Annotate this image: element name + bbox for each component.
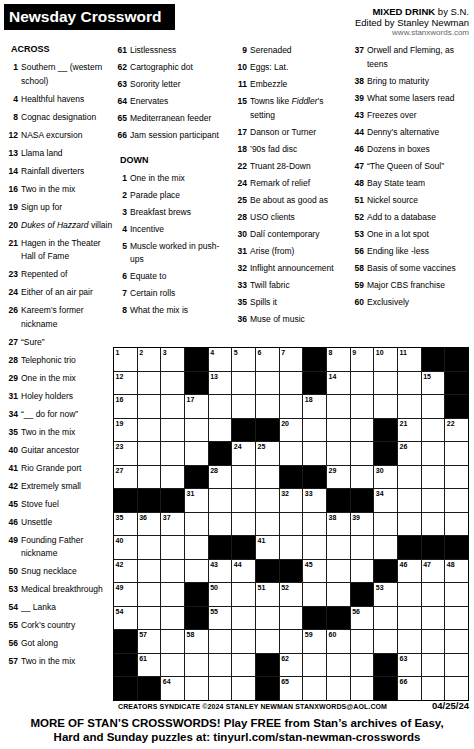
white-cell[interactable] <box>185 677 208 700</box>
white-cell[interactable]: 41 <box>256 536 279 559</box>
clue-text: Inflight announcement <box>250 262 342 276</box>
white-cell[interactable]: 21 <box>398 419 421 442</box>
white-cell[interactable] <box>422 607 445 630</box>
clue-text: Jam session participant <box>130 129 226 143</box>
clue-38: 38Bring to maturity <box>351 75 457 89</box>
clue-text: Towns like Fiddler’s setting <box>250 95 342 122</box>
across-header: ACROSS <box>11 44 113 54</box>
white-cell[interactable] <box>374 607 397 630</box>
white-cell[interactable] <box>445 607 468 630</box>
clue-number: 37 <box>351 44 364 71</box>
white-cell[interactable] <box>280 442 303 465</box>
white-cell[interactable]: 7 <box>280 348 303 371</box>
white-cell[interactable]: 33 <box>303 489 326 512</box>
white-cell[interactable] <box>280 630 303 653</box>
white-cell[interactable] <box>161 536 184 559</box>
clue-number: 36 <box>234 313 247 327</box>
white-cell[interactable] <box>209 395 232 418</box>
white-cell[interactable] <box>161 419 184 442</box>
white-cell[interactable]: 34 <box>374 489 397 512</box>
clue-text: Rainfall diverters <box>21 165 113 179</box>
black-cell <box>327 607 350 630</box>
white-cell[interactable] <box>351 419 374 442</box>
white-cell[interactable]: 63 <box>398 654 421 677</box>
white-cell[interactable] <box>374 372 397 395</box>
clue-5: 5Muscle worked in push-ups <box>114 240 226 267</box>
clue-text: Guitar ancestor <box>21 444 113 458</box>
white-cell[interactable]: 66 <box>398 677 421 700</box>
white-cell[interactable]: 64 <box>161 677 184 700</box>
cell-number: 24 <box>234 442 242 451</box>
clue-number: 35 <box>5 426 18 440</box>
white-cell[interactable]: 40 <box>114 536 137 559</box>
white-cell[interactable]: 48 <box>445 560 468 583</box>
clue-66: 66Jam session participant <box>114 129 226 143</box>
clue-text: What some lasers read <box>367 92 457 106</box>
white-cell[interactable] <box>303 419 326 442</box>
white-cell[interactable] <box>280 536 303 559</box>
white-cell[interactable] <box>138 442 161 465</box>
white-cell[interactable] <box>138 536 161 559</box>
clue-text: Snug necklace <box>21 565 113 579</box>
white-cell[interactable] <box>280 395 303 418</box>
white-cell[interactable] <box>422 419 445 442</box>
white-cell[interactable] <box>303 583 326 606</box>
white-cell[interactable]: 4 <box>209 348 232 371</box>
white-cell[interactable]: 15 <box>422 372 445 395</box>
white-cell[interactable] <box>303 442 326 465</box>
clue-number: 10 <box>234 61 247 75</box>
white-cell[interactable]: 38 <box>327 513 350 536</box>
black-cell <box>114 630 137 653</box>
clue-number: 46 <box>5 516 18 530</box>
white-cell[interactable] <box>351 466 374 489</box>
white-cell[interactable] <box>351 442 374 465</box>
cell-number: 31 <box>186 489 194 498</box>
clue-number: 61 <box>114 44 127 58</box>
white-cell[interactable] <box>161 583 184 606</box>
white-cell[interactable] <box>327 395 350 418</box>
cell-number: 5 <box>234 348 238 357</box>
clue-17: 17Danson or Turner <box>234 126 342 140</box>
white-cell[interactable] <box>445 489 468 512</box>
white-cell[interactable]: 24 <box>232 442 255 465</box>
white-cell[interactable] <box>327 654 350 677</box>
white-cell[interactable]: 30 <box>374 466 397 489</box>
white-cell[interactable] <box>398 466 421 489</box>
white-cell[interactable]: 62 <box>280 654 303 677</box>
white-cell[interactable] <box>185 560 208 583</box>
clue-7: 7Certain rolls <box>114 287 226 301</box>
white-cell[interactable] <box>161 630 184 653</box>
white-cell[interactable]: 14 <box>327 372 350 395</box>
white-cell[interactable]: 37 <box>161 513 184 536</box>
white-cell[interactable]: 61 <box>138 654 161 677</box>
clue-34: 34“__ do for now” <box>5 408 113 422</box>
white-cell[interactable] <box>256 489 279 512</box>
white-cell[interactable] <box>351 395 374 418</box>
clue-3: 3Breakfast brews <box>114 206 226 220</box>
white-cell[interactable] <box>327 677 350 700</box>
white-cell[interactable] <box>256 466 279 489</box>
white-cell[interactable] <box>232 607 255 630</box>
cell-number: 33 <box>305 489 313 498</box>
clue-number: 31 <box>5 390 18 404</box>
cell-number: 11 <box>399 348 406 357</box>
white-cell[interactable] <box>445 654 468 677</box>
white-cell[interactable] <box>138 466 161 489</box>
white-cell[interactable] <box>232 583 255 606</box>
white-cell[interactable]: 59 <box>303 630 326 653</box>
white-cell[interactable] <box>185 536 208 559</box>
clue-number: 39 <box>351 92 364 106</box>
black-cell <box>256 654 279 677</box>
white-cell[interactable] <box>232 630 255 653</box>
clue-53: 53One in a lot spot <box>351 228 457 242</box>
cell-number: 41 <box>257 536 265 545</box>
white-cell[interactable] <box>327 583 350 606</box>
clue-text: Got along <box>21 637 113 651</box>
white-cell[interactable] <box>209 654 232 677</box>
clue-9: 9Serenaded <box>234 44 342 58</box>
clue-31: 31Arise (from) <box>234 245 342 259</box>
white-cell[interactable] <box>232 654 255 677</box>
white-cell[interactable] <box>138 607 161 630</box>
white-cell[interactable] <box>398 372 421 395</box>
white-cell[interactable]: 5 <box>232 348 255 371</box>
white-cell[interactable]: 25 <box>256 442 279 465</box>
white-cell[interactable]: 56 <box>351 607 374 630</box>
white-cell[interactable] <box>232 513 255 536</box>
cell-number: 39 <box>352 513 360 522</box>
white-cell[interactable]: 51 <box>256 583 279 606</box>
white-cell[interactable] <box>303 513 326 536</box>
white-cell[interactable] <box>209 489 232 512</box>
white-cell[interactable]: 22 <box>445 419 468 442</box>
cell-number: 3 <box>163 348 167 357</box>
clue-number: 38 <box>351 75 364 89</box>
white-cell[interactable] <box>161 466 184 489</box>
white-cell[interactable]: 10 <box>374 348 397 371</box>
white-cell[interactable]: 35 <box>114 513 137 536</box>
white-cell[interactable] <box>422 395 445 418</box>
white-cell[interactable] <box>256 513 279 536</box>
white-cell[interactable] <box>232 372 255 395</box>
white-cell[interactable] <box>398 395 421 418</box>
white-cell[interactable]: 19 <box>114 419 137 442</box>
clue-55: 55Cork’s country <box>5 619 113 633</box>
white-cell[interactable] <box>374 513 397 536</box>
clue-28: 28USO clients <box>234 211 342 225</box>
white-cell[interactable] <box>280 513 303 536</box>
clue-number: 53 <box>351 228 364 242</box>
clue-50: 50Snug necklace <box>5 565 113 579</box>
clue-12: 12NASA excursion <box>5 129 113 143</box>
white-cell[interactable] <box>398 583 421 606</box>
white-cell[interactable]: 43 <box>209 560 232 583</box>
white-cell[interactable] <box>138 419 161 442</box>
clue-25: 25Be about as good as <box>234 194 342 208</box>
white-cell[interactable] <box>161 607 184 630</box>
white-cell[interactable] <box>351 630 374 653</box>
white-cell[interactable]: 16 <box>114 395 137 418</box>
white-cell[interactable]: 57 <box>138 630 161 653</box>
clue-number: 56 <box>351 245 364 259</box>
white-cell[interactable]: 45 <box>303 560 326 583</box>
white-cell[interactable] <box>232 489 255 512</box>
white-cell[interactable] <box>445 442 468 465</box>
white-cell[interactable] <box>209 677 232 700</box>
clue-number: 63 <box>114 78 127 92</box>
white-cell[interactable]: 8 <box>327 348 350 371</box>
white-cell[interactable] <box>351 677 374 700</box>
clue-number: 52 <box>351 211 364 225</box>
white-cell[interactable] <box>280 372 303 395</box>
white-cell[interactable]: 47 <box>422 560 445 583</box>
clue-number: 34 <box>5 408 18 422</box>
clue-number: 27 <box>5 336 18 350</box>
white-cell[interactable] <box>161 654 184 677</box>
white-cell[interactable] <box>398 630 421 653</box>
white-cell[interactable] <box>445 677 468 700</box>
white-cell[interactable] <box>185 442 208 465</box>
white-cell[interactable]: 11 <box>398 348 421 371</box>
clue-column-4: 37Orwell and Fleming, as teens38Bring to… <box>351 44 457 313</box>
white-cell[interactable] <box>422 489 445 512</box>
clue-text: Cartographic dot <box>130 61 226 75</box>
white-cell[interactable]: 52 <box>280 583 303 606</box>
white-cell[interactable] <box>256 395 279 418</box>
clue-number: 24 <box>5 286 18 300</box>
clue-number: 11 <box>234 78 247 92</box>
black-cell <box>256 677 279 700</box>
white-cell[interactable] <box>445 513 468 536</box>
clue-number: 22 <box>234 160 247 174</box>
cell-number: 13 <box>210 372 218 381</box>
white-cell[interactable] <box>374 395 397 418</box>
clue-56: 56Got along <box>5 637 113 651</box>
clue-text: Founding Father nickname <box>21 534 113 561</box>
clue-48: 48Bay State team <box>351 177 457 191</box>
white-cell[interactable] <box>351 372 374 395</box>
white-cell[interactable]: 36 <box>138 513 161 536</box>
clue-number: 33 <box>234 279 247 293</box>
white-cell[interactable] <box>422 630 445 653</box>
title-block: MIXED DRINK by S.N. Edited by Stanley Ne… <box>355 6 469 38</box>
white-cell[interactable]: 12 <box>114 372 137 395</box>
white-cell[interactable] <box>280 607 303 630</box>
clue-text: Two in the mix <box>21 183 113 197</box>
clue-text: Mediterranean feeder <box>130 112 226 126</box>
white-cell[interactable]: 44 <box>232 560 255 583</box>
clue-number: 29 <box>5 372 18 386</box>
white-cell[interactable] <box>398 513 421 536</box>
clue-text: Eggs: Lat. <box>250 61 342 75</box>
cell-number: 35 <box>116 513 124 522</box>
clue-text: Enervates <box>130 95 226 109</box>
cell-number: 64 <box>163 677 171 686</box>
cell-number: 66 <box>399 677 407 686</box>
black-cell <box>185 372 208 395</box>
white-cell[interactable]: 13 <box>209 372 232 395</box>
cell-number: 52 <box>281 583 289 592</box>
white-cell[interactable] <box>445 466 468 489</box>
byline: by S.N. <box>435 6 469 17</box>
white-cell[interactable] <box>422 654 445 677</box>
clue-57: 57Two in the mix <box>5 655 113 669</box>
white-cell[interactable] <box>445 630 468 653</box>
clue-text: Exclusively <box>367 296 457 310</box>
clue-text: “The Queen of Soul” <box>367 160 457 174</box>
clue-text: Certain rolls <box>130 287 226 301</box>
white-cell[interactable] <box>351 560 374 583</box>
white-cell[interactable] <box>374 536 397 559</box>
clue-text: Spills it <box>250 296 342 310</box>
white-cell[interactable]: 42 <box>114 560 137 583</box>
white-cell[interactable] <box>209 419 232 442</box>
white-cell[interactable] <box>422 466 445 489</box>
clue-column-2: 61Listlessness62Cartographic dot63Sorori… <box>114 44 226 321</box>
cell-number: 46 <box>399 560 407 569</box>
white-cell[interactable]: 1 <box>114 348 137 371</box>
masthead-title: Newsday Crossword <box>9 8 161 25</box>
clue-number: 46 <box>351 143 364 157</box>
cell-number: 54 <box>116 607 124 616</box>
white-cell[interactable] <box>398 607 421 630</box>
white-cell[interactable] <box>374 630 397 653</box>
white-cell[interactable] <box>232 395 255 418</box>
clue-46: 46Unsettle <box>5 516 113 530</box>
clue-text: “__ do for now” <box>21 408 113 422</box>
white-cell[interactable] <box>303 677 326 700</box>
white-cell[interactable] <box>161 442 184 465</box>
white-cell[interactable] <box>327 560 350 583</box>
white-cell[interactable]: 58 <box>185 630 208 653</box>
white-cell[interactable]: 18 <box>303 395 326 418</box>
white-cell[interactable]: 2 <box>138 348 161 371</box>
white-cell[interactable] <box>327 419 350 442</box>
white-cell[interactable] <box>256 630 279 653</box>
clue-8: 8What the mix is <box>114 304 226 318</box>
white-cell[interactable]: 28 <box>209 466 232 489</box>
white-cell[interactable] <box>185 513 208 536</box>
white-cell[interactable] <box>422 442 445 465</box>
white-cell[interactable] <box>138 583 161 606</box>
white-cell[interactable] <box>161 560 184 583</box>
white-cell[interactable] <box>351 654 374 677</box>
clue-51: 51Nickel source <box>351 194 457 208</box>
white-cell[interactable]: 17 <box>185 395 208 418</box>
clue-text: One in the mix <box>130 172 226 186</box>
clue-number: 32 <box>234 262 247 276</box>
clue-45: 45Stove fuel <box>5 498 113 512</box>
white-cell[interactable]: 3 <box>161 348 184 371</box>
white-cell[interactable]: 54 <box>114 607 137 630</box>
white-cell[interactable]: 29 <box>327 466 350 489</box>
white-cell[interactable] <box>256 372 279 395</box>
white-cell[interactable]: 55 <box>209 607 232 630</box>
clue-54: 54__ Lanka <box>5 601 113 615</box>
white-cell[interactable] <box>351 536 374 559</box>
white-cell[interactable] <box>161 372 184 395</box>
white-cell[interactable] <box>138 560 161 583</box>
black-cell <box>114 677 137 700</box>
clue-number: 4 <box>5 93 18 107</box>
white-cell[interactable] <box>232 466 255 489</box>
white-cell[interactable] <box>303 654 326 677</box>
white-cell[interactable]: 32 <box>280 489 303 512</box>
clue-6: 6Equate to <box>114 270 226 284</box>
black-cell <box>374 419 397 442</box>
white-cell[interactable]: 23 <box>114 442 137 465</box>
cell-number: 18 <box>305 395 313 404</box>
white-cell[interactable]: 60 <box>327 630 350 653</box>
white-cell[interactable] <box>161 395 184 418</box>
white-cell[interactable] <box>138 372 161 395</box>
white-cell[interactable] <box>209 513 232 536</box>
clue-35: 35Two in the mix <box>5 426 113 440</box>
puzzle-date: 04/25/24 <box>432 700 469 711</box>
black-cell <box>374 560 397 583</box>
white-cell[interactable]: 20 <box>280 419 303 442</box>
clue-62: 62Cartographic dot <box>114 61 226 75</box>
black-cell <box>114 654 137 677</box>
cell-number: 50 <box>210 583 218 592</box>
clue-number: 14 <box>5 165 18 179</box>
white-cell[interactable] <box>185 654 208 677</box>
white-cell[interactable]: 39 <box>351 513 374 536</box>
white-cell[interactable] <box>256 607 279 630</box>
white-cell[interactable] <box>422 583 445 606</box>
clue-16: 16Two in the mix <box>5 183 113 197</box>
white-cell[interactable] <box>327 442 350 465</box>
clue-4: 4Healthful havens <box>5 93 113 107</box>
clue-text: Repented of <box>21 268 113 282</box>
clue-text: Cognac designation <box>21 111 113 125</box>
white-cell[interactable]: 26 <box>398 442 421 465</box>
white-cell[interactable] <box>422 513 445 536</box>
cell-number: 61 <box>139 654 147 663</box>
white-cell[interactable] <box>209 630 232 653</box>
white-cell[interactable]: 50 <box>209 583 232 606</box>
white-cell[interactable] <box>232 677 255 700</box>
white-cell[interactable] <box>138 395 161 418</box>
white-cell[interactable]: 27 <box>114 466 137 489</box>
white-cell[interactable] <box>422 677 445 700</box>
black-cell <box>422 348 445 371</box>
white-cell[interactable]: 49 <box>114 583 137 606</box>
white-cell[interactable]: 46 <box>398 560 421 583</box>
clue-number: 4 <box>114 223 127 237</box>
white-cell[interactable]: 53 <box>374 583 397 606</box>
white-cell[interactable] <box>185 419 208 442</box>
white-cell[interactable]: 6 <box>256 348 279 371</box>
clue-number: 8 <box>114 304 127 318</box>
white-cell[interactable] <box>445 583 468 606</box>
white-cell[interactable]: 31 <box>185 489 208 512</box>
white-cell[interactable] <box>327 536 350 559</box>
white-cell[interactable] <box>303 536 326 559</box>
cell-number: 15 <box>423 372 431 381</box>
white-cell[interactable] <box>398 489 421 512</box>
clue-10: 10Eggs: Lat. <box>234 61 342 75</box>
clue-text: Orwell and Fleming, as teens <box>367 44 457 71</box>
white-cell[interactable]: 65 <box>280 677 303 700</box>
clue-29: 29One in the mix <box>5 372 113 386</box>
clue-8: 8Cognac designation <box>5 111 113 125</box>
clue-number: 49 <box>5 534 18 561</box>
white-cell[interactable]: 9 <box>351 348 374 371</box>
